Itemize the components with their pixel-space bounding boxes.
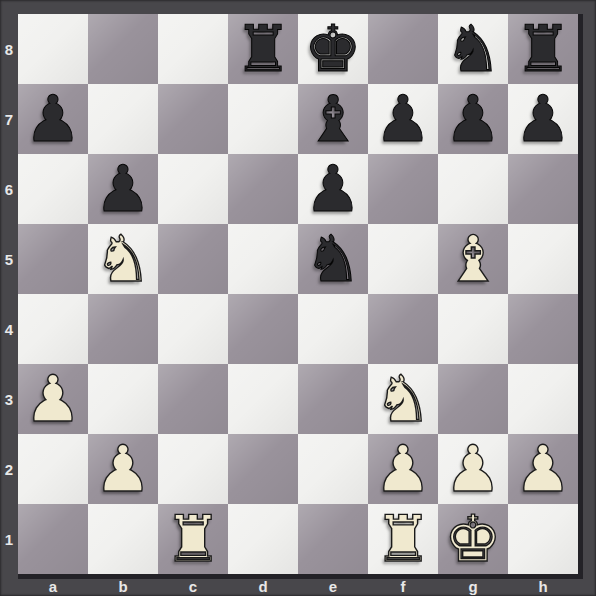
square-a6[interactable] <box>18 154 88 224</box>
piece-white-pawn-a3[interactable]: ♟ <box>24 367 81 431</box>
square-d2[interactable] <box>228 434 298 504</box>
square-a2[interactable] <box>18 434 88 504</box>
square-f5[interactable] <box>368 224 438 294</box>
piece-black-pawn-e6[interactable]: ♟ <box>304 157 361 221</box>
square-c2[interactable] <box>158 434 228 504</box>
file-label-f: f <box>368 579 438 596</box>
rank-labels: 87654321 <box>0 14 18 574</box>
square-c4[interactable] <box>158 294 228 364</box>
square-c8[interactable] <box>158 14 228 84</box>
square-g3[interactable] <box>438 364 508 434</box>
square-e4[interactable] <box>298 294 368 364</box>
square-f4[interactable] <box>368 294 438 364</box>
square-g1[interactable]: ♚ <box>438 504 508 574</box>
piece-black-rook-d8[interactable]: ♜ <box>234 17 291 81</box>
rank-label-4: 4 <box>0 294 18 364</box>
square-b7[interactable] <box>88 84 158 154</box>
square-a8[interactable] <box>18 14 88 84</box>
piece-white-knight-f3[interactable]: ♞ <box>374 367 431 431</box>
piece-black-pawn-b6[interactable]: ♟ <box>94 157 151 221</box>
square-c6[interactable] <box>158 154 228 224</box>
square-f2[interactable]: ♟ <box>368 434 438 504</box>
piece-white-pawn-g2[interactable]: ♟ <box>444 437 501 501</box>
piece-black-rook-h8[interactable]: ♜ <box>514 17 571 81</box>
piece-black-pawn-h7[interactable]: ♟ <box>514 87 571 151</box>
piece-white-pawn-b2[interactable]: ♟ <box>94 437 151 501</box>
file-label-h: h <box>508 579 578 596</box>
square-e8[interactable]: ♚ <box>298 14 368 84</box>
piece-white-pawn-h2[interactable]: ♟ <box>514 437 571 501</box>
square-b2[interactable]: ♟ <box>88 434 158 504</box>
square-a4[interactable] <box>18 294 88 364</box>
rank-label-1: 1 <box>0 504 18 574</box>
file-label-g: g <box>438 579 508 596</box>
square-d8[interactable]: ♜ <box>228 14 298 84</box>
square-a1[interactable] <box>18 504 88 574</box>
square-h4[interactable] <box>508 294 578 364</box>
square-f6[interactable] <box>368 154 438 224</box>
square-c1[interactable]: ♜ <box>158 504 228 574</box>
rank-label-7: 7 <box>0 84 18 154</box>
square-h1[interactable] <box>508 504 578 574</box>
file-label-b: b <box>88 579 158 596</box>
square-c7[interactable] <box>158 84 228 154</box>
square-d7[interactable] <box>228 84 298 154</box>
piece-white-knight-b5[interactable]: ♞ <box>94 227 151 291</box>
piece-black-pawn-a7[interactable]: ♟ <box>24 87 81 151</box>
square-e2[interactable] <box>298 434 368 504</box>
file-label-c: c <box>158 579 228 596</box>
board-frame: 87654321 ♜♚♞♜♟♝♟♟♟♟♟♞♞♝♟♞♟♟♟♟♜♜♚ abcdefg… <box>0 0 596 596</box>
square-h8[interactable]: ♜ <box>508 14 578 84</box>
square-d1[interactable] <box>228 504 298 574</box>
square-d3[interactable] <box>228 364 298 434</box>
rank-label-8: 8 <box>0 14 18 84</box>
piece-white-bishop-g5[interactable]: ♝ <box>444 227 501 291</box>
file-label-e: e <box>298 579 368 596</box>
square-f3[interactable]: ♞ <box>368 364 438 434</box>
rank-label-2: 2 <box>0 434 18 504</box>
square-e7[interactable]: ♝ <box>298 84 368 154</box>
square-b6[interactable]: ♟ <box>88 154 158 224</box>
square-b8[interactable] <box>88 14 158 84</box>
square-b3[interactable] <box>88 364 158 434</box>
piece-black-pawn-g7[interactable]: ♟ <box>444 87 501 151</box>
square-d4[interactable] <box>228 294 298 364</box>
piece-black-knight-g8[interactable]: ♞ <box>444 17 501 81</box>
square-b1[interactable] <box>88 504 158 574</box>
piece-white-king-g1[interactable]: ♚ <box>444 507 501 571</box>
square-b4[interactable] <box>88 294 158 364</box>
file-labels: abcdefgh <box>18 579 578 596</box>
square-h6[interactable] <box>508 154 578 224</box>
square-g6[interactable] <box>438 154 508 224</box>
rank-label-5: 5 <box>0 224 18 294</box>
square-e3[interactable] <box>298 364 368 434</box>
square-e5[interactable]: ♞ <box>298 224 368 294</box>
file-label-d: d <box>228 579 298 596</box>
square-e1[interactable] <box>298 504 368 574</box>
square-f7[interactable]: ♟ <box>368 84 438 154</box>
piece-black-bishop-e7[interactable]: ♝ <box>304 87 361 151</box>
piece-white-rook-f1[interactable]: ♜ <box>374 507 431 571</box>
square-h7[interactable]: ♟ <box>508 84 578 154</box>
square-d6[interactable] <box>228 154 298 224</box>
square-a5[interactable] <box>18 224 88 294</box>
file-label-a: a <box>18 579 88 596</box>
square-g7[interactable]: ♟ <box>438 84 508 154</box>
square-g5[interactable]: ♝ <box>438 224 508 294</box>
square-a3[interactable]: ♟ <box>18 364 88 434</box>
rank-label-3: 3 <box>0 364 18 434</box>
square-f8[interactable] <box>368 14 438 84</box>
square-c3[interactable] <box>158 364 228 434</box>
piece-black-pawn-f7[interactable]: ♟ <box>374 87 431 151</box>
square-g4[interactable] <box>438 294 508 364</box>
square-e6[interactable]: ♟ <box>298 154 368 224</box>
square-h3[interactable] <box>508 364 578 434</box>
square-h2[interactable]: ♟ <box>508 434 578 504</box>
square-g8[interactable]: ♞ <box>438 14 508 84</box>
piece-black-knight-e5[interactable]: ♞ <box>304 227 361 291</box>
square-f1[interactable]: ♜ <box>368 504 438 574</box>
square-d5[interactable] <box>228 224 298 294</box>
piece-white-rook-c1[interactable]: ♜ <box>164 507 221 571</box>
square-h5[interactable] <box>508 224 578 294</box>
piece-black-king-e8[interactable]: ♚ <box>304 17 361 81</box>
square-a7[interactable]: ♟ <box>18 84 88 154</box>
piece-white-pawn-f2[interactable]: ♟ <box>374 437 431 501</box>
square-b5[interactable]: ♞ <box>88 224 158 294</box>
square-c5[interactable] <box>158 224 228 294</box>
square-g2[interactable]: ♟ <box>438 434 508 504</box>
rank-label-6: 6 <box>0 154 18 224</box>
chess-board[interactable]: ♜♚♞♜♟♝♟♟♟♟♟♞♞♝♟♞♟♟♟♟♜♜♚ <box>18 14 583 579</box>
